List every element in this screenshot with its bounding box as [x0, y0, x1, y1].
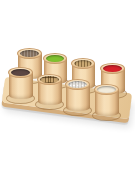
cup-texture-pad — [97, 86, 116, 93]
texture-cup-front-2[interactable] — [37, 74, 62, 105]
cup-texture-pad — [46, 55, 64, 62]
texture-cup-front-1[interactable] — [8, 67, 33, 99]
cup-texture-pad — [11, 69, 30, 76]
cup-texture-pad — [20, 50, 39, 57]
product-photo-sensory-cups — [0, 0, 135, 173]
cup-texture-pad — [74, 60, 92, 67]
cup-texture-pad — [40, 76, 59, 83]
cup-texture-pad — [68, 81, 87, 88]
texture-cup-front-4[interactable] — [94, 84, 119, 116]
cup-texture-pad — [103, 65, 122, 72]
texture-cup-front-3[interactable] — [65, 79, 90, 111]
